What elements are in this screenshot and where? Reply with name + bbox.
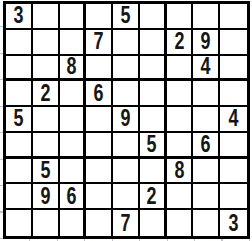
cell-r3c6[interactable] (140, 56, 167, 82)
cell-r6c5[interactable] (113, 133, 140, 159)
cell-r9c6[interactable] (140, 210, 167, 236)
cell-r1c4[interactable] (86, 4, 113, 30)
given-digit: 5 (121, 4, 131, 27)
cell-r3c4[interactable] (86, 56, 113, 82)
given-digit: 2 (40, 82, 50, 105)
cell-r9c2[interactable] (33, 210, 60, 236)
cell-r2c9[interactable] (220, 30, 247, 56)
cell-r5c4[interactable] (86, 107, 113, 133)
cell-r8c3[interactable]: 6 (60, 184, 87, 210)
sudoku-board: 357298426594565896273 (3, 1, 250, 239)
given-digit: 9 (40, 185, 50, 208)
cell-r5c6[interactable] (140, 107, 167, 133)
cell-r2c5[interactable] (113, 30, 140, 56)
cell-r1c5[interactable]: 5 (113, 4, 140, 30)
given-digit: 9 (201, 30, 211, 53)
given-digit: 2 (174, 30, 184, 53)
given-digit: 7 (121, 212, 131, 235)
cell-r7c1[interactable] (6, 159, 33, 185)
cell-r3c5[interactable] (113, 56, 140, 82)
cell-r3c1[interactable] (6, 56, 33, 82)
cell-r1c1[interactable]: 3 (6, 4, 33, 30)
cell-r6c9[interactable] (220, 133, 247, 159)
cell-r1c6[interactable] (140, 4, 167, 30)
cell-r2c6[interactable] (140, 30, 167, 56)
cell-r9c3[interactable] (60, 210, 87, 236)
given-digit: 2 (147, 185, 157, 208)
cell-r4c5[interactable] (113, 81, 140, 107)
given-digit: 4 (201, 56, 211, 79)
sudoku-screenshot: 357298426594565896273 (0, 0, 252, 241)
given-digit: 5 (13, 107, 23, 130)
cell-r8c9[interactable] (220, 184, 247, 210)
cell-r1c2[interactable] (33, 4, 60, 30)
cell-r4c3[interactable] (60, 81, 87, 107)
cell-r4c1[interactable] (6, 81, 33, 107)
cell-r4c6[interactable] (140, 81, 167, 107)
given-digit: 3 (229, 212, 239, 235)
cell-r2c3[interactable] (60, 30, 87, 56)
given-digit: 3 (13, 4, 23, 27)
cell-r3c9[interactable] (220, 56, 247, 82)
cell-r7c6[interactable] (140, 159, 167, 185)
cell-r9c7[interactable] (167, 210, 194, 236)
cell-r5c3[interactable] (60, 107, 87, 133)
cell-r7c2[interactable]: 5 (33, 159, 60, 185)
cell-r6c3[interactable] (60, 133, 87, 159)
cell-r6c1[interactable] (6, 133, 33, 159)
cell-r1c7[interactable] (167, 4, 194, 30)
cell-r8c7[interactable] (167, 184, 194, 210)
cell-r1c8[interactable] (193, 4, 220, 30)
cell-r2c1[interactable] (6, 30, 33, 56)
cell-r2c2[interactable] (33, 30, 60, 56)
cell-r8c6[interactable]: 2 (140, 184, 167, 210)
cell-r8c2[interactable]: 9 (33, 184, 60, 210)
cell-r3c2[interactable] (33, 56, 60, 82)
cell-r8c8[interactable] (193, 184, 220, 210)
cell-r8c5[interactable] (113, 184, 140, 210)
cell-r6c7[interactable] (167, 133, 194, 159)
cell-r1c3[interactable] (60, 4, 87, 30)
cell-r8c4[interactable] (86, 184, 113, 210)
cell-r1c9[interactable] (220, 4, 247, 30)
cell-r5c1[interactable]: 5 (6, 107, 33, 133)
cell-r8c1[interactable] (6, 184, 33, 210)
cell-r5c9[interactable]: 4 (220, 107, 247, 133)
cell-r7c4[interactable] (86, 159, 113, 185)
cell-r5c7[interactable] (167, 107, 194, 133)
cell-r3c8[interactable]: 4 (193, 56, 220, 82)
cell-r6c6[interactable]: 5 (140, 133, 167, 159)
given-digit: 6 (201, 133, 211, 156)
cell-r3c3[interactable]: 8 (60, 56, 87, 82)
given-digit: 5 (147, 133, 157, 156)
cell-r6c2[interactable] (33, 133, 60, 159)
cell-r4c8[interactable] (193, 81, 220, 107)
cell-r2c8[interactable]: 9 (193, 30, 220, 56)
given-digit: 6 (66, 185, 76, 208)
cell-r4c7[interactable] (167, 81, 194, 107)
cell-r5c2[interactable] (33, 107, 60, 133)
given-digit: 8 (174, 159, 184, 182)
cell-r4c2[interactable]: 2 (33, 81, 60, 107)
cell-r6c8[interactable]: 6 (193, 133, 220, 159)
cell-r7c3[interactable] (60, 159, 87, 185)
cell-r3c7[interactable] (167, 56, 194, 82)
given-digit: 6 (94, 82, 104, 105)
given-digit: 8 (66, 56, 76, 79)
given-digit: 4 (229, 107, 239, 130)
cell-r7c8[interactable] (193, 159, 220, 185)
given-digit: 5 (40, 159, 50, 182)
cell-r7c9[interactable] (220, 159, 247, 185)
cell-r6c4[interactable] (86, 133, 113, 159)
cell-r7c7[interactable]: 8 (167, 159, 194, 185)
cell-r4c9[interactable] (220, 81, 247, 107)
cell-r5c5[interactable]: 9 (113, 107, 140, 133)
cell-r9c1[interactable] (6, 210, 33, 236)
given-digit: 7 (94, 30, 104, 53)
cell-r9c8[interactable] (193, 210, 220, 236)
cell-r2c4[interactable]: 7 (86, 30, 113, 56)
given-digit: 9 (121, 107, 131, 130)
cell-r7c5[interactable] (113, 159, 140, 185)
cell-r4c4[interactable]: 6 (86, 81, 113, 107)
cell-r9c9[interactable]: 3 (220, 210, 247, 236)
cell-r9c4[interactable] (86, 210, 113, 236)
cell-r2c7[interactable]: 2 (167, 30, 194, 56)
cell-r5c8[interactable] (193, 107, 220, 133)
cell-r9c5[interactable]: 7 (113, 210, 140, 236)
